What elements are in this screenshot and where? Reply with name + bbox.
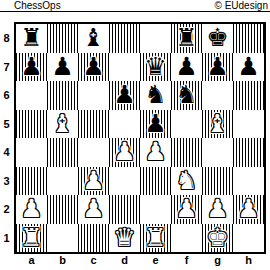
black-knight-icon: ♞ (171, 81, 202, 110)
square-f2[interactable]: ♟ (171, 195, 202, 224)
square-h6[interactable] (233, 81, 264, 110)
square-c7[interactable]: ♟ (78, 53, 109, 82)
square-b2[interactable] (47, 195, 78, 224)
square-g2[interactable]: ♟ (202, 195, 233, 224)
square-f8[interactable]: ♜ (171, 24, 202, 53)
black-pawn-icon: ♟ (78, 53, 109, 82)
file-labels: abcdefgh (16, 253, 264, 269)
square-e5[interactable]: ♟ (140, 110, 171, 139)
credit-label: © EUdesign (214, 0, 268, 11)
square-h2[interactable]: ♟ (233, 195, 264, 224)
black-pawn-icon: ♟ (140, 110, 171, 139)
square-g5[interactable]: ♝ (202, 110, 233, 139)
square-e8[interactable] (140, 24, 171, 53)
rank-label-1: 1 (0, 224, 13, 253)
black-rook-icon: ♜ (16, 24, 47, 53)
square-c5[interactable] (78, 110, 109, 139)
square-a1[interactable]: ♜ (16, 224, 47, 253)
square-a3[interactable] (16, 167, 47, 196)
square-f5[interactable] (171, 110, 202, 139)
square-d4[interactable]: ♟ (109, 138, 140, 167)
square-e3[interactable] (140, 167, 171, 196)
square-d3[interactable] (109, 167, 140, 196)
chessops-diagram: ChessOps © EUdesign 87654321 ♜♝♜♚♟♟♟♛♟♟♟… (0, 0, 270, 270)
square-e4[interactable]: ♟ (140, 138, 171, 167)
black-pawn-icon: ♟ (109, 81, 140, 110)
white-pawn-icon: ♟ (140, 138, 171, 167)
file-label-b: b (47, 253, 78, 269)
square-a8[interactable]: ♜ (16, 24, 47, 53)
square-g3[interactable] (202, 167, 233, 196)
square-g4[interactable] (202, 138, 233, 167)
white-pawn-icon: ♟ (233, 195, 264, 224)
black-pawn-icon: ♟ (16, 53, 47, 82)
square-h1[interactable] (233, 224, 264, 253)
white-king-icon: ♚ (202, 224, 233, 253)
square-g7[interactable]: ♟ (202, 53, 233, 82)
square-b8[interactable] (47, 24, 78, 53)
square-f6[interactable]: ♞ (171, 81, 202, 110)
file-label-a: a (16, 253, 47, 269)
square-h7[interactable]: ♟ (233, 53, 264, 82)
black-pawn-icon: ♟ (233, 53, 264, 82)
white-queen-icon: ♛ (109, 224, 140, 253)
square-c2[interactable]: ♟ (78, 195, 109, 224)
square-h4[interactable] (233, 138, 264, 167)
square-c4[interactable] (78, 138, 109, 167)
black-rook-icon: ♜ (171, 24, 202, 53)
square-f7[interactable]: ♟ (171, 53, 202, 82)
white-rook-icon: ♜ (16, 224, 47, 253)
square-f3[interactable]: ♞ (171, 167, 202, 196)
square-a2[interactable]: ♟ (16, 195, 47, 224)
square-d7[interactable] (109, 53, 140, 82)
square-f4[interactable] (171, 138, 202, 167)
file-label-g: g (202, 253, 233, 269)
header-bar: ChessOps © EUdesign (0, 0, 270, 12)
black-pawn-icon: ♟ (202, 53, 233, 82)
square-a7[interactable]: ♟ (16, 53, 47, 82)
square-b7[interactable]: ♟ (47, 53, 78, 82)
square-c8[interactable]: ♝ (78, 24, 109, 53)
square-d5[interactable] (109, 110, 140, 139)
white-pawn-icon: ♟ (202, 195, 233, 224)
square-f1[interactable] (171, 224, 202, 253)
square-h8[interactable] (233, 24, 264, 53)
black-bishop-icon: ♝ (78, 24, 109, 53)
file-label-h: h (233, 253, 264, 269)
rank-label-4: 4 (0, 138, 13, 167)
square-c1[interactable] (78, 224, 109, 253)
square-d8[interactable] (109, 24, 140, 53)
rank-label-6: 6 (0, 81, 13, 110)
white-pawn-icon: ♟ (78, 195, 109, 224)
black-pawn-icon: ♟ (171, 53, 202, 82)
chess-board: ♜♝♜♚♟♟♟♛♟♟♟♟♞♞♝♟♝♟♟♟♞♟♟♟♟♟♜♛♜♚ (14, 22, 266, 254)
white-pawn-icon: ♟ (171, 195, 202, 224)
rank-label-5: 5 (0, 110, 13, 139)
square-g8[interactable]: ♚ (202, 24, 233, 53)
white-bishop-icon: ♝ (47, 110, 78, 139)
white-knight-icon: ♞ (171, 167, 202, 196)
square-a6[interactable] (16, 81, 47, 110)
square-e6[interactable]: ♞ (140, 81, 171, 110)
square-h5[interactable] (233, 110, 264, 139)
white-pawn-icon: ♟ (109, 138, 140, 167)
square-c6[interactable] (78, 81, 109, 110)
square-b1[interactable] (47, 224, 78, 253)
black-king-icon: ♚ (202, 24, 233, 53)
square-a5[interactable] (16, 110, 47, 139)
square-e1[interactable]: ♜ (140, 224, 171, 253)
file-label-f: f (171, 253, 202, 269)
square-d1[interactable]: ♛ (109, 224, 140, 253)
square-b4[interactable] (47, 138, 78, 167)
white-pawn-icon: ♟ (78, 167, 109, 196)
file-label-e: e (140, 253, 171, 269)
square-b3[interactable] (47, 167, 78, 196)
square-d2[interactable] (109, 195, 140, 224)
rank-label-8: 8 (0, 24, 13, 53)
square-g1[interactable]: ♚ (202, 224, 233, 253)
rank-labels: 87654321 (0, 24, 13, 252)
black-knight-icon: ♞ (140, 81, 171, 110)
square-h3[interactable] (233, 167, 264, 196)
black-pawn-icon: ♟ (47, 53, 78, 82)
square-c3[interactable]: ♟ (78, 167, 109, 196)
square-d6[interactable]: ♟ (109, 81, 140, 110)
file-label-d: d (109, 253, 140, 269)
white-rook-icon: ♜ (140, 224, 171, 253)
square-a4[interactable] (16, 138, 47, 167)
file-label-c: c (78, 253, 109, 269)
black-queen-icon: ♛ (140, 53, 171, 82)
square-b6[interactable] (47, 81, 78, 110)
square-e2[interactable] (140, 195, 171, 224)
square-g6[interactable] (202, 81, 233, 110)
app-title: ChessOps (14, 0, 61, 11)
white-pawn-icon: ♟ (16, 195, 47, 224)
rank-label-3: 3 (0, 167, 13, 196)
white-bishop-icon: ♝ (202, 110, 233, 139)
square-e7[interactable]: ♛ (140, 53, 171, 82)
square-b5[interactable]: ♝ (47, 110, 78, 139)
rank-label-7: 7 (0, 53, 13, 82)
rank-label-2: 2 (0, 195, 13, 224)
